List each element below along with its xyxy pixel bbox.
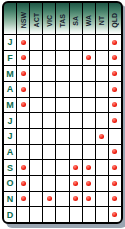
month-label: M <box>6 69 14 79</box>
grid-cell-n10-tas <box>56 192 68 207</box>
grid-cell-o9-nt <box>96 176 108 191</box>
availability-dot <box>86 181 91 186</box>
month-label: F <box>7 53 13 63</box>
month-label: A <box>7 147 14 157</box>
grid-cell-o9-act <box>30 176 42 191</box>
availability-dot <box>112 40 117 45</box>
column-header-nt: NT <box>96 3 108 34</box>
column-header-label: TAS <box>59 14 66 27</box>
grid-cell-o9-vic <box>43 176 55 191</box>
availability-dot <box>21 87 26 92</box>
grid-cell-s8-sa <box>70 160 82 175</box>
month-label-cell: A <box>4 82 16 97</box>
grid-cell-j0-tas <box>56 35 68 50</box>
grid-cell-n10-wa <box>83 192 95 207</box>
column-header-label: WA <box>85 15 92 26</box>
grid-cell-n10-nt <box>96 192 108 207</box>
grid-cell-j0-act <box>30 35 42 50</box>
availability-board: NSWACTVICTASSAWANTQLDJFMAMJJASOND <box>2 1 123 224</box>
month-label-cell: N <box>4 192 16 207</box>
month-label-cell: J <box>4 129 16 144</box>
availability-dot <box>21 40 26 45</box>
grid-cell-m2-nt <box>96 66 108 81</box>
grid-cell-m2-tas <box>56 66 68 81</box>
grid-cell-j0-sa <box>70 35 82 50</box>
corner-header-cell <box>4 3 16 34</box>
grid-cell-d11-act <box>30 207 42 222</box>
grid-cell-j6-nt <box>96 129 108 144</box>
grid-cell-j6-qld <box>109 129 121 144</box>
grid-cell-a7-nsw <box>17 145 29 160</box>
column-header-tas: TAS <box>56 3 68 34</box>
availability-dot <box>112 165 117 170</box>
availability-dot <box>86 55 91 60</box>
grid-cell-n10-nsw <box>17 192 29 207</box>
grid-cell-s8-nt <box>96 160 108 175</box>
grid-cell-d11-wa <box>83 207 95 222</box>
availability-dot <box>73 165 78 170</box>
availability-dot <box>21 181 26 186</box>
grid-cell-j5-tas <box>56 113 68 128</box>
grid-cell-s8-nsw <box>17 160 29 175</box>
column-header-sa: SA <box>70 3 82 34</box>
grid-cell-m4-tas <box>56 98 68 113</box>
grid-cell-f1-qld <box>109 51 121 66</box>
grid-cell-o9-tas <box>56 176 68 191</box>
column-header-label: NT <box>98 16 105 25</box>
grid-cell-j6-nsw <box>17 129 29 144</box>
grid-cell-m4-wa <box>83 98 95 113</box>
availability-dot <box>112 87 117 92</box>
grid-cell-j6-tas <box>56 129 68 144</box>
grid-cell-j5-qld <box>109 113 121 128</box>
month-label: J <box>7 131 12 141</box>
grid-cell-d11-qld <box>109 207 121 222</box>
column-header-vic: VIC <box>43 3 55 34</box>
availability-dot <box>21 196 26 201</box>
grid-cell-j5-nt <box>96 113 108 128</box>
availability-grid: NSWACTVICTASSAWANTQLDJFMAMJJASOND <box>4 3 121 222</box>
grid-cell-j0-qld <box>109 35 121 50</box>
grid-cell-m2-sa <box>70 66 82 81</box>
column-header-label: QLD <box>111 13 118 28</box>
grid-cell-o9-nsw <box>17 176 29 191</box>
grid-cell-m2-vic <box>43 66 55 81</box>
month-label-cell: J <box>4 35 16 50</box>
month-label: O <box>6 178 13 188</box>
grid-cell-s8-wa <box>83 160 95 175</box>
grid-cell-a7-wa <box>83 145 95 160</box>
month-label-cell: J <box>4 113 16 128</box>
month-label: M <box>6 100 14 110</box>
grid-cell-f1-nsw <box>17 51 29 66</box>
grid-cell-j5-nsw <box>17 113 29 128</box>
grid-cell-o9-wa <box>83 176 95 191</box>
availability-dot <box>86 165 91 170</box>
grid-cell-m4-qld <box>109 98 121 113</box>
grid-cell-o9-sa <box>70 176 82 191</box>
column-header-label: SA <box>72 16 79 26</box>
availability-dot <box>99 134 104 139</box>
grid-cell-j6-act <box>30 129 42 144</box>
grid-cell-d11-nsw <box>17 207 29 222</box>
availability-dot <box>73 196 78 201</box>
month-label: A <box>7 84 14 94</box>
availability-dot <box>21 102 26 107</box>
month-label-cell: D <box>4 207 16 222</box>
grid-cell-m4-nsw <box>17 98 29 113</box>
grid-cell-j5-wa <box>83 113 95 128</box>
availability-dot <box>112 212 117 217</box>
column-header-label: VIC <box>46 15 53 27</box>
grid-cell-a7-act <box>30 145 42 160</box>
availability-dot <box>47 196 52 201</box>
grid-cell-m2-act <box>30 66 42 81</box>
availability-dot <box>21 71 26 76</box>
grid-cell-s8-vic <box>43 160 55 175</box>
column-header-nsw: NSW <box>17 3 29 34</box>
month-label-cell: A <box>4 145 16 160</box>
grid-cell-a7-vic <box>43 145 55 160</box>
grid-cell-f1-nt <box>96 51 108 66</box>
column-header-label: ACT <box>33 13 40 27</box>
column-header-label: NSW <box>20 12 27 28</box>
availability-dot <box>112 196 117 201</box>
grid-cell-j6-vic <box>43 129 55 144</box>
availability-dot <box>86 196 91 201</box>
grid-cell-j5-vic <box>43 113 55 128</box>
grid-cell-m2-wa <box>83 66 95 81</box>
month-label: J <box>7 116 12 126</box>
grid-cell-s8-tas <box>56 160 68 175</box>
grid-cell-a3-sa <box>70 82 82 97</box>
grid-cell-j0-nsw <box>17 35 29 50</box>
grid-cell-m4-nt <box>96 98 108 113</box>
availability-dot <box>112 55 117 60</box>
grid-cell-j6-wa <box>83 129 95 144</box>
month-label-cell: M <box>4 66 16 81</box>
availability-dot <box>112 181 117 186</box>
column-header-wa: WA <box>83 3 95 34</box>
grid-cell-a3-tas <box>56 82 68 97</box>
availability-dot <box>73 181 78 186</box>
grid-cell-s8-qld <box>109 160 121 175</box>
month-label-cell: F <box>4 51 16 66</box>
grid-cell-a3-nsw <box>17 82 29 97</box>
month-label: D <box>7 210 14 220</box>
grid-cell-j6-sa <box>70 129 82 144</box>
grid-cell-n10-vic <box>43 192 55 207</box>
availability-dot <box>112 149 117 154</box>
grid-cell-j0-wa <box>83 35 95 50</box>
grid-cell-j0-nt <box>96 35 108 50</box>
month-label-cell: O <box>4 176 16 191</box>
grid-cell-f1-wa <box>83 51 95 66</box>
column-header-qld: QLD <box>109 3 121 34</box>
grid-cell-n10-qld <box>109 192 121 207</box>
grid-cell-n10-sa <box>70 192 82 207</box>
grid-cell-a3-qld <box>109 82 121 97</box>
column-header-act: ACT <box>30 3 42 34</box>
availability-dot <box>112 71 117 76</box>
grid-cell-j5-sa <box>70 113 82 128</box>
grid-cell-d11-nt <box>96 207 108 222</box>
grid-cell-a3-act <box>30 82 42 97</box>
month-label: S <box>7 163 13 173</box>
grid-cell-d11-vic <box>43 207 55 222</box>
month-label-cell: S <box>4 160 16 175</box>
grid-cell-m4-act <box>30 98 42 113</box>
grid-cell-f1-sa <box>70 51 82 66</box>
availability-dot <box>112 102 117 107</box>
grid-cell-j0-vic <box>43 35 55 50</box>
grid-cell-s8-act <box>30 160 42 175</box>
grid-cell-a7-nt <box>96 145 108 160</box>
grid-cell-m4-vic <box>43 98 55 113</box>
availability-dot <box>112 118 117 123</box>
availability-dot <box>21 55 26 60</box>
grid-cell-d11-sa <box>70 207 82 222</box>
grid-cell-f1-tas <box>56 51 68 66</box>
grid-cell-a3-nt <box>96 82 108 97</box>
grid-cell-j5-act <box>30 113 42 128</box>
grid-cell-d11-tas <box>56 207 68 222</box>
grid-cell-m4-sa <box>70 98 82 113</box>
month-label-cell: M <box>4 98 16 113</box>
grid-cell-n10-act <box>30 192 42 207</box>
grid-cell-a3-wa <box>83 82 95 97</box>
availability-dot <box>21 165 26 170</box>
grid-cell-f1-act <box>30 51 42 66</box>
month-label: J <box>7 37 12 47</box>
grid-cell-a3-vic <box>43 82 55 97</box>
grid-cell-a7-qld <box>109 145 121 160</box>
grid-cell-a7-tas <box>56 145 68 160</box>
month-label: N <box>7 194 14 204</box>
grid-cell-m2-qld <box>109 66 121 81</box>
grid-cell-m2-nsw <box>17 66 29 81</box>
grid-cell-o9-qld <box>109 176 121 191</box>
grid-cell-f1-vic <box>43 51 55 66</box>
grid-cell-a7-sa <box>70 145 82 160</box>
